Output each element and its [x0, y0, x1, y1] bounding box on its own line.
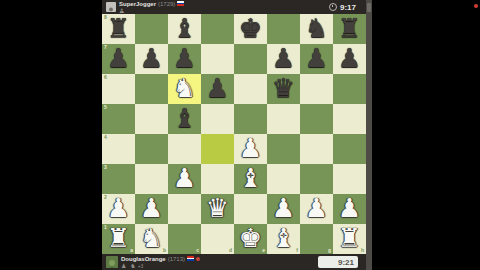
chess-board: 8♜♝♚♞♜7♟♟♟♟♟♟6♞♟♛5♝4♟3♟♝2♟♟♛♟♟♟1a♜b♞cde♚…: [102, 14, 366, 254]
square-c7[interactable]: ♟: [168, 44, 201, 74]
white-pawn-e4[interactable]: ♟: [234, 134, 267, 164]
square-d6[interactable]: ♟: [201, 74, 234, 104]
white-rook-h1[interactable]: ♜: [333, 224, 366, 254]
square-f7[interactable]: ♟: [267, 44, 300, 74]
square-d8[interactable]: [201, 14, 234, 44]
player-info: DouglasOrange (1713) ♟ ♞ +3: [121, 256, 200, 269]
avatar-image: [106, 258, 118, 268]
opponent-flag-icon: [177, 1, 184, 6]
white-pawn-b2[interactable]: ♟: [135, 194, 168, 224]
square-c8[interactable]: ♝: [168, 14, 201, 44]
opponent-clock: 9:17: [329, 0, 356, 14]
square-f6[interactable]: ♛: [267, 74, 300, 104]
player-clock-time: 9:21: [338, 258, 354, 267]
bottom-player-bar: DouglasOrange (1713) ♟ ♞ +3 9:21: [102, 254, 366, 270]
recording-dot-icon: [474, 4, 478, 8]
square-d3[interactable]: [201, 164, 234, 194]
square-e1[interactable]: e♚: [234, 224, 267, 254]
rank-label-6: 6: [104, 75, 107, 80]
square-a2[interactable]: 2♟: [102, 194, 135, 224]
square-c4[interactable]: [168, 134, 201, 164]
white-pawn-a2[interactable]: ♟: [102, 194, 135, 224]
file-label-g: g: [328, 248, 331, 253]
square-g6[interactable]: [300, 74, 333, 104]
square-a7[interactable]: 7♟: [102, 44, 135, 74]
square-d1[interactable]: d: [201, 224, 234, 254]
white-pawn-g2[interactable]: ♟: [300, 194, 333, 224]
black-rook-a8[interactable]: ♜: [102, 14, 135, 44]
opponent-info: SuperJogger (1729) ♙: [119, 1, 184, 14]
square-h2[interactable]: ♟: [333, 194, 366, 224]
square-e5[interactable]: [234, 104, 267, 134]
square-g8[interactable]: ♞: [300, 14, 333, 44]
clock-icon: [329, 3, 337, 11]
opponent-avatar[interactable]: [106, 2, 116, 12]
white-rook-a1[interactable]: ♜: [102, 224, 135, 254]
black-pawn-f7[interactable]: ♟: [267, 44, 300, 74]
white-knight-c6[interactable]: ♞: [168, 74, 201, 104]
square-g4[interactable]: [300, 134, 333, 164]
opponent-rating: (1729): [158, 1, 175, 7]
square-b3[interactable]: [135, 164, 168, 194]
black-bishop-c5[interactable]: ♝: [168, 104, 201, 134]
square-f1[interactable]: f♝: [267, 224, 300, 254]
player-username[interactable]: DouglasOrange: [121, 256, 166, 262]
square-c5[interactable]: ♝: [168, 104, 201, 134]
black-pawn-d6[interactable]: ♟: [201, 74, 234, 104]
status-dot-icon: [196, 257, 200, 261]
square-a4[interactable]: 4: [102, 134, 135, 164]
black-king-e8[interactable]: ♚: [234, 14, 267, 44]
square-b8[interactable]: [135, 14, 168, 44]
black-rook-h8[interactable]: ♜: [333, 14, 366, 44]
black-knight-g8[interactable]: ♞: [300, 14, 333, 44]
white-pawn-c3[interactable]: ♟: [168, 164, 201, 194]
square-c2[interactable]: [168, 194, 201, 224]
white-bishop-f1[interactable]: ♝: [267, 224, 300, 254]
square-g3[interactable]: [300, 164, 333, 194]
material-advantage: +3: [138, 263, 144, 269]
square-c3[interactable]: ♟: [168, 164, 201, 194]
player-avatar[interactable]: [106, 256, 118, 268]
square-b6[interactable]: [135, 74, 168, 104]
black-pawn-a7[interactable]: ♟: [102, 44, 135, 74]
player-rating: (1713): [168, 256, 185, 262]
opponent-clock-time: 9:17: [340, 3, 356, 12]
chess-app: SuperJogger (1729) ♙ 9:17 8♜♝♚♞♜7♟♟♟♟♟♟6…: [102, 0, 372, 270]
opponent-username[interactable]: SuperJogger: [119, 1, 156, 7]
square-h1[interactable]: h♜: [333, 224, 366, 254]
captured-pieces-by-player: ♟ ♞: [121, 263, 137, 269]
square-f8[interactable]: [267, 14, 300, 44]
square-c1[interactable]: c: [168, 224, 201, 254]
white-pawn-h2[interactable]: ♟: [333, 194, 366, 224]
square-f5[interactable]: [267, 104, 300, 134]
person-icon: [106, 6, 116, 12]
square-f3[interactable]: [267, 164, 300, 194]
square-e2[interactable]: [234, 194, 267, 224]
black-bishop-c8[interactable]: ♝: [168, 14, 201, 44]
square-g5[interactable]: [300, 104, 333, 134]
video-frame: SuperJogger (1729) ♙ 9:17 8♜♝♚♞♜7♟♟♟♟♟♟6…: [0, 0, 480, 270]
square-h8[interactable]: ♜: [333, 14, 366, 44]
square-f2[interactable]: ♟: [267, 194, 300, 224]
player-flag-icon: [187, 256, 194, 261]
square-g2[interactable]: ♟: [300, 194, 333, 224]
white-queen-d2[interactable]: ♛: [201, 194, 234, 224]
square-a6[interactable]: 6: [102, 74, 135, 104]
scrollbar-thumb[interactable]: [367, 3, 371, 12]
black-pawn-h7[interactable]: ♟: [333, 44, 366, 74]
square-e4[interactable]: ♟: [234, 134, 267, 164]
rank-label-5: 5: [104, 105, 107, 110]
black-pawn-b7[interactable]: ♟: [135, 44, 168, 74]
rank-label-3: 3: [104, 165, 107, 170]
square-b1[interactable]: b♞: [135, 224, 168, 254]
square-h6[interactable]: [333, 74, 366, 104]
square-e7[interactable]: [234, 44, 267, 74]
square-d2[interactable]: ♛: [201, 194, 234, 224]
right-edge-strip: [366, 0, 372, 270]
square-d5[interactable]: [201, 104, 234, 134]
square-e6[interactable]: [234, 74, 267, 104]
square-d4[interactable]: [201, 134, 234, 164]
square-b7[interactable]: ♟: [135, 44, 168, 74]
square-d7[interactable]: [201, 44, 234, 74]
square-f4[interactable]: [267, 134, 300, 164]
square-a3[interactable]: 3: [102, 164, 135, 194]
white-knight-b1[interactable]: ♞: [135, 224, 168, 254]
square-b5[interactable]: [135, 104, 168, 134]
square-c6[interactable]: ♞: [168, 74, 201, 104]
square-g1[interactable]: g: [300, 224, 333, 254]
square-b2[interactable]: ♟: [135, 194, 168, 224]
white-king-e1[interactable]: ♚: [234, 224, 267, 254]
square-b4[interactable]: [135, 134, 168, 164]
top-player-bar: SuperJogger (1729) ♙ 9:17: [102, 0, 366, 14]
file-label-d: d: [229, 248, 232, 253]
square-a1[interactable]: 1a♜: [102, 224, 135, 254]
square-h5[interactable]: [333, 104, 366, 134]
white-pawn-f2[interactable]: ♟: [267, 194, 300, 224]
black-pawn-c7[interactable]: ♟: [168, 44, 201, 74]
square-g7[interactable]: ♟: [300, 44, 333, 74]
white-bishop-e3[interactable]: ♝: [234, 164, 267, 194]
square-a8[interactable]: 8♜: [102, 14, 135, 44]
black-pawn-g7[interactable]: ♟: [300, 44, 333, 74]
square-a5[interactable]: 5: [102, 104, 135, 134]
square-h4[interactable]: [333, 134, 366, 164]
player-clock: 9:21: [318, 256, 358, 268]
square-e8[interactable]: ♚: [234, 14, 267, 44]
rank-label-4: 4: [104, 135, 107, 140]
square-e3[interactable]: ♝: [234, 164, 267, 194]
black-queen-f6[interactable]: ♛: [267, 74, 300, 104]
square-h3[interactable]: [333, 164, 366, 194]
file-label-c: c: [196, 248, 199, 253]
square-h7[interactable]: ♟: [333, 44, 366, 74]
